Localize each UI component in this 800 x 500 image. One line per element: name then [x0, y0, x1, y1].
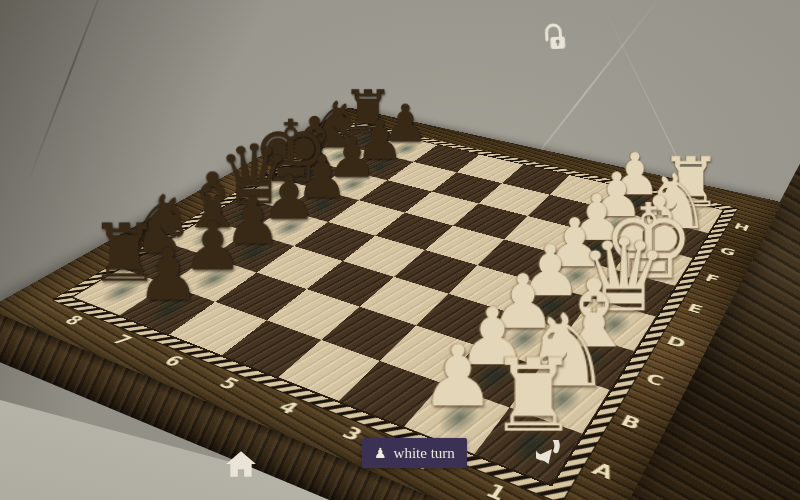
scene-3d: ♜♞♝♛♚♝♞♜♟♟♟♟♟♟♟♟♟♟♟♟♟♟♟♟♜♞♝♛♚♝♞♜ ABCDEFG…: [0, 0, 800, 500]
file-label-d: D: [659, 332, 692, 353]
turn-label: white turn: [394, 445, 455, 462]
file-label-b: B: [611, 410, 649, 437]
home-button[interactable]: [224, 447, 258, 481]
file-label-f: F: [697, 271, 726, 288]
undo-button[interactable]: [536, 440, 576, 484]
file-label-h: H: [728, 221, 754, 235]
white-rook[interactable]: ♜: [489, 347, 570, 443]
turn-indicator: ♟ white turn: [362, 438, 467, 468]
unlock-icon[interactable]: [539, 16, 570, 57]
black-pawn[interactable]: ♟: [135, 241, 201, 309]
white-pawn-icon: ♟: [374, 445, 387, 461]
file-label-e: E: [680, 300, 711, 319]
white-pawn[interactable]: ♟: [419, 337, 497, 417]
file-label-c: C: [637, 369, 672, 393]
file-label-g: G: [714, 244, 742, 259]
app-window: ♜♞♝♛♚♝♞♜♟♟♟♟♟♟♟♟♟♟♟♟♟♟♟♟♜♞♝♛♚♝♞♜ ABCDEFG…: [0, 0, 800, 500]
file-label-a: A: [582, 456, 623, 487]
